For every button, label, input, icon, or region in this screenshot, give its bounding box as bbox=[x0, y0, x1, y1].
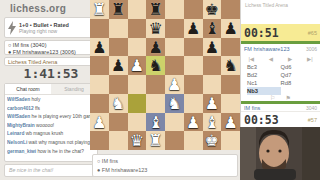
piece-black-pawn: ♟ bbox=[109, 56, 128, 75]
players-card: ○ IM fins (3040) ● FM hrishaware123 (300… bbox=[4, 40, 98, 55]
chat-message: WilfSaden holy bbox=[7, 96, 95, 105]
first-move-button[interactable]: |◀ bbox=[248, 55, 254, 63]
chat-messages[interactable]: WilfSaden holycarbon4012 ffsWilfSaden he… bbox=[5, 95, 97, 161]
piece-white-knight: ♞ bbox=[165, 94, 184, 113]
square-d1[interactable]: ♜ bbox=[146, 131, 165, 150]
move-entry[interactable]: Bd2 bbox=[247, 71, 281, 79]
square-e1[interactable] bbox=[165, 131, 184, 150]
piece-white-knight: ♞ bbox=[109, 94, 128, 113]
square-d2[interactable]: ♝ bbox=[146, 113, 165, 132]
square-c5[interactable]: ♟ bbox=[128, 56, 147, 75]
square-a6[interactable]: ♟ bbox=[90, 38, 109, 57]
white-clock: 00:53 #57 bbox=[241, 111, 320, 128]
black-clock-time: 00:51 bbox=[244, 26, 308, 40]
square-e5[interactable] bbox=[165, 56, 184, 75]
piece-white-pawn: ♟ bbox=[165, 75, 184, 94]
footer-white-player[interactable]: ○ IM fins bbox=[97, 157, 233, 166]
game-status-label: Playing right now bbox=[19, 28, 69, 34]
piece-black-rook: ♜ bbox=[146, 0, 165, 19]
square-b3[interactable]: ♞ bbox=[109, 94, 128, 113]
move-entry[interactable]: Nb3 bbox=[247, 87, 281, 95]
square-e8[interactable] bbox=[165, 0, 184, 19]
square-f2[interactable]: ♟ bbox=[184, 113, 203, 132]
move-entry[interactable]: Bc3 bbox=[247, 63, 281, 71]
chat-message: MightyBrain wooooo! bbox=[7, 122, 95, 131]
square-g5[interactable] bbox=[203, 56, 222, 75]
piece-black-pawn: ♟ bbox=[221, 19, 240, 38]
square-d3[interactable] bbox=[146, 94, 165, 113]
square-f1[interactable] bbox=[184, 131, 203, 150]
lichess-logo[interactable]: lichess.org bbox=[10, 3, 98, 16]
square-f4[interactable] bbox=[184, 75, 203, 94]
square-e3[interactable]: ♞ bbox=[165, 94, 184, 113]
square-b5[interactable]: ♟ bbox=[109, 56, 128, 75]
square-a5[interactable] bbox=[90, 56, 109, 75]
chat-input[interactable]: Be nice in the chat! bbox=[4, 164, 98, 177]
square-f6[interactable] bbox=[184, 38, 203, 57]
black-player-name[interactable]: FM hrishaware123 bbox=[244, 46, 306, 52]
square-f5[interactable] bbox=[184, 56, 203, 75]
piece-white-bishop: ♝ bbox=[203, 113, 222, 132]
white-clock-time: 00:53 bbox=[244, 113, 308, 127]
square-e7[interactable] bbox=[165, 19, 184, 38]
piece-black-pawn: ♟ bbox=[146, 38, 165, 57]
black-player-label[interactable]: ● FM hrishaware123 (3006) bbox=[8, 49, 94, 56]
move-entry[interactable]: Qd6 bbox=[281, 63, 315, 71]
tab-chat-room[interactable]: Chat room bbox=[5, 84, 51, 94]
black-clock: 00:51 #65 bbox=[241, 24, 320, 41]
piece-white-king: ♚ bbox=[203, 131, 222, 150]
square-d5[interactable]: ♞ bbox=[146, 56, 165, 75]
piece-white-rook: ♜ bbox=[90, 0, 109, 19]
piece-black-queen: ♛ bbox=[146, 19, 165, 38]
square-c3[interactable] bbox=[128, 94, 147, 113]
move-entry[interactable]: Qd7 bbox=[281, 71, 315, 79]
tournament-clock: 1:41:53 bbox=[4, 66, 98, 82]
square-b2[interactable] bbox=[109, 113, 128, 132]
square-c7[interactable] bbox=[128, 19, 147, 38]
white-tournament-rank: #57 bbox=[308, 117, 317, 123]
square-c4[interactable] bbox=[128, 75, 147, 94]
square-h7[interactable]: ♟ bbox=[221, 19, 240, 38]
piece-black-rook: ♜ bbox=[109, 0, 128, 19]
prev-move-button[interactable]: ◀ bbox=[269, 55, 273, 63]
square-d6[interactable]: ♟ bbox=[146, 38, 165, 57]
square-g1[interactable]: ♚ bbox=[203, 131, 222, 150]
square-d4[interactable] bbox=[146, 75, 165, 94]
square-a8[interactable]: ♜ bbox=[90, 0, 109, 19]
square-b6[interactable] bbox=[109, 38, 128, 57]
square-c1[interactable]: ♛ bbox=[128, 131, 147, 150]
piece-black-pawn: ♟ bbox=[184, 19, 203, 38]
square-a4[interactable] bbox=[90, 75, 109, 94]
piece-white-pawn: ♟ bbox=[128, 56, 147, 75]
piece-white-pawn: ♟ bbox=[90, 113, 109, 132]
square-d7[interactable]: ♛ bbox=[146, 19, 165, 38]
square-b1[interactable] bbox=[109, 131, 128, 150]
square-a7[interactable] bbox=[90, 19, 109, 38]
square-g3[interactable]: ♟ bbox=[203, 94, 222, 113]
square-h2[interactable]: ♟ bbox=[221, 113, 240, 132]
square-e2[interactable] bbox=[165, 113, 184, 132]
square-h6[interactable] bbox=[221, 38, 240, 57]
move-entry[interactable]: Rd8 bbox=[281, 79, 315, 87]
next-move-button[interactable]: ▶ bbox=[288, 55, 292, 63]
bullet-lightning-icon bbox=[7, 21, 17, 35]
chat-message: NelsonLi wait why magnus not playing? bbox=[7, 139, 95, 148]
piece-black-knight: ♞ bbox=[146, 56, 165, 75]
panel-header: Lichess Titled Arena bbox=[241, 0, 320, 24]
square-h4[interactable] bbox=[221, 75, 240, 94]
piece-black-pawn: ♟ bbox=[90, 38, 109, 57]
footer-black-player[interactable]: ● FM hrishaware123 bbox=[97, 166, 233, 175]
square-g7[interactable]: ♝ bbox=[203, 19, 222, 38]
tournament-link[interactable]: Lichess Titled Arena bbox=[4, 57, 98, 66]
square-e6[interactable] bbox=[165, 38, 184, 57]
piece-black-king: ♚ bbox=[203, 0, 222, 19]
square-d8[interactable]: ♜ bbox=[146, 0, 165, 19]
piece-black-pawn: ♟ bbox=[203, 38, 222, 57]
piece-white-rook: ♜ bbox=[146, 131, 165, 150]
square-c6[interactable] bbox=[128, 38, 147, 57]
black-player-rating: 3006 bbox=[306, 46, 317, 52]
black-tournament-rank: #65 bbox=[308, 30, 317, 36]
chat-message: Leinard wb magnus krush bbox=[7, 130, 95, 139]
move-nav-controls: |◀ ◀ ▶ ▶| bbox=[241, 55, 320, 63]
square-f3[interactable] bbox=[184, 94, 203, 113]
game-players-footer: ○ IM fins ● FM hrishaware123 bbox=[92, 154, 238, 177]
piece-black-bishop: ♝ bbox=[203, 19, 222, 38]
piece-white-pawn: ♟ bbox=[221, 113, 240, 132]
piece-white-bishop: ♝ bbox=[146, 113, 165, 132]
chat-panel: Chat room Standing WilfSaden holycarbon4… bbox=[4, 83, 98, 162]
square-a3[interactable] bbox=[90, 94, 109, 113]
streamer-webcam bbox=[240, 127, 320, 180]
square-h5[interactable]: ♞ bbox=[221, 56, 240, 75]
square-c2[interactable] bbox=[128, 113, 147, 132]
square-g4[interactable] bbox=[203, 75, 222, 94]
square-a2[interactable]: ♟ bbox=[90, 113, 109, 132]
square-b8[interactable]: ♜ bbox=[109, 0, 128, 19]
square-g8[interactable]: ♚ bbox=[203, 0, 222, 19]
square-g2[interactable]: ♝ bbox=[203, 113, 222, 132]
chat-message: german_kiwi how is he in the chat? bbox=[7, 148, 95, 157]
piece-white-queen: ♛ bbox=[128, 131, 147, 150]
game-info-card: 1+0 • Bullet • Rated Playing right now bbox=[4, 17, 98, 38]
piece-white-pawn: ♟ bbox=[184, 113, 203, 132]
move-entry[interactable]: Nc1 bbox=[247, 79, 281, 87]
square-a1[interactable] bbox=[90, 131, 109, 150]
square-e4[interactable]: ♟ bbox=[165, 75, 184, 94]
last-move-button[interactable]: ▶| bbox=[307, 55, 313, 63]
black-player-row[interactable]: FM hrishaware123 3006 bbox=[241, 44, 320, 54]
chat-message: carbon4012 ffs bbox=[7, 105, 95, 114]
square-f8[interactable] bbox=[184, 0, 203, 19]
square-g6[interactable]: ♟ bbox=[203, 38, 222, 57]
square-h1[interactable] bbox=[221, 131, 240, 150]
square-c8[interactable] bbox=[128, 0, 147, 19]
white-player-label[interactable]: ○ IM fins (3040) bbox=[8, 42, 94, 49]
chat-message: WilfSaden he is playing every 10th game bbox=[7, 113, 95, 122]
move-list[interactable]: Bc3Qd6Bd2Qd7Nc1Rd8Nb3 bbox=[241, 63, 320, 95]
square-h3[interactable] bbox=[221, 94, 240, 113]
move-entry[interactable] bbox=[281, 87, 315, 95]
square-b4[interactable] bbox=[109, 75, 128, 94]
piece-black-knight: ♞ bbox=[221, 56, 240, 75]
piece-white-pawn: ♟ bbox=[203, 94, 222, 113]
square-b7[interactable] bbox=[109, 19, 128, 38]
square-h8[interactable] bbox=[221, 0, 240, 19]
chess-board[interactable]: ♜♜♜♚♛♟♝♟♟♟♟♟♟♞♞♟♞♞♟♟♝♟♝♟♛♜♚ bbox=[90, 0, 240, 150]
square-f7[interactable]: ♟ bbox=[184, 19, 203, 38]
